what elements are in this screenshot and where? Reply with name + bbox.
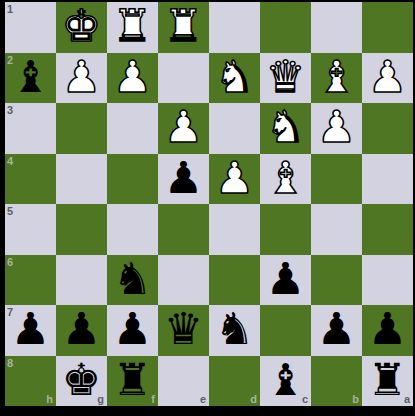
piece-black-pawn-icon[interactable]: ♟	[317, 307, 356, 351]
square-d4[interactable]: ♟	[209, 154, 260, 205]
rank-label: 8	[7, 357, 13, 369]
square-b6[interactable]	[311, 255, 362, 306]
piece-white-king-icon[interactable]: ♚	[62, 4, 101, 48]
square-d2[interactable]: ♞	[209, 53, 260, 104]
piece-white-pawn-icon[interactable]: ♟	[368, 55, 407, 99]
square-d8[interactable]: d	[209, 356, 260, 407]
square-e1[interactable]: ♜	[158, 2, 209, 53]
square-d6[interactable]	[209, 255, 260, 306]
piece-black-pawn-icon[interactable]: ♟	[62, 307, 101, 351]
file-label: d	[250, 393, 257, 405]
square-g7[interactable]: ♟	[56, 305, 107, 356]
square-f2[interactable]: ♟	[107, 53, 158, 104]
square-f1[interactable]: ♜	[107, 2, 158, 53]
square-h8[interactable]: 8h	[5, 356, 56, 407]
square-a8[interactable]: a♜	[362, 356, 413, 407]
piece-white-pawn-icon[interactable]: ♟	[317, 105, 356, 149]
piece-black-pawn-icon[interactable]: ♟	[266, 257, 305, 301]
square-f7[interactable]: ♟	[107, 305, 158, 356]
chess-board-frame: 1♚♜♜2♝♟♟♞♛♝♟3♟♞♟4♟♟♝56♞♟7♟♟♟♛♞♟♟8hg♚f♜ed…	[0, 0, 415, 416]
square-d3[interactable]	[209, 103, 260, 154]
piece-black-pawn-icon[interactable]: ♟	[113, 307, 152, 351]
square-e8[interactable]: e	[158, 356, 209, 407]
piece-white-pawn-icon[interactable]: ♟	[215, 156, 254, 200]
file-label: h	[46, 393, 53, 405]
square-a1[interactable]	[362, 2, 413, 53]
square-a6[interactable]	[362, 255, 413, 306]
square-h3[interactable]: 3	[5, 103, 56, 154]
square-f3[interactable]	[107, 103, 158, 154]
square-b1[interactable]	[311, 2, 362, 53]
piece-black-bishop-icon[interactable]: ♝	[11, 55, 50, 99]
square-c6[interactable]: ♟	[260, 255, 311, 306]
chess-board: 1♚♜♜2♝♟♟♞♛♝♟3♟♞♟4♟♟♝56♞♟7♟♟♟♛♞♟♟8hg♚f♜ed…	[5, 2, 413, 406]
square-c1[interactable]	[260, 2, 311, 53]
piece-black-rook-icon[interactable]: ♜	[368, 358, 407, 402]
square-f6[interactable]: ♞	[107, 255, 158, 306]
piece-black-king-icon[interactable]: ♚	[62, 358, 101, 402]
square-h6[interactable]: 6	[5, 255, 56, 306]
square-c2[interactable]: ♛	[260, 53, 311, 104]
square-e7[interactable]: ♛	[158, 305, 209, 356]
square-d7[interactable]: ♞	[209, 305, 260, 356]
piece-black-knight-icon[interactable]: ♞	[113, 257, 152, 301]
square-a5[interactable]	[362, 204, 413, 255]
square-g3[interactable]	[56, 103, 107, 154]
square-g6[interactable]	[56, 255, 107, 306]
square-f5[interactable]	[107, 204, 158, 255]
square-c4[interactable]: ♝	[260, 154, 311, 205]
piece-black-pawn-icon[interactable]: ♟	[368, 307, 407, 351]
square-e5[interactable]	[158, 204, 209, 255]
piece-black-knight-icon[interactable]: ♞	[215, 307, 254, 351]
square-c5[interactable]	[260, 204, 311, 255]
square-b7[interactable]: ♟	[311, 305, 362, 356]
piece-white-knight-icon[interactable]: ♞	[266, 105, 305, 149]
piece-black-queen-icon[interactable]: ♛	[164, 307, 203, 351]
square-h7[interactable]: 7♟	[5, 305, 56, 356]
square-f8[interactable]: f♜	[107, 356, 158, 407]
square-g1[interactable]: ♚	[56, 2, 107, 53]
square-a2[interactable]: ♟	[362, 53, 413, 104]
piece-black-bishop-icon[interactable]: ♝	[266, 358, 305, 402]
square-e6[interactable]	[158, 255, 209, 306]
square-g8[interactable]: g♚	[56, 356, 107, 407]
piece-white-rook-icon[interactable]: ♜	[113, 4, 152, 48]
piece-white-bishop-icon[interactable]: ♝	[317, 55, 356, 99]
square-g5[interactable]	[56, 204, 107, 255]
piece-white-pawn-icon[interactable]: ♟	[164, 105, 203, 149]
square-a7[interactable]: ♟	[362, 305, 413, 356]
square-d5[interactable]	[209, 204, 260, 255]
piece-white-knight-icon[interactable]: ♞	[215, 55, 254, 99]
square-h1[interactable]: 1	[5, 2, 56, 53]
square-g4[interactable]	[56, 154, 107, 205]
piece-white-bishop-icon[interactable]: ♝	[266, 156, 305, 200]
square-h5[interactable]: 5	[5, 204, 56, 255]
piece-white-pawn-icon[interactable]: ♟	[113, 55, 152, 99]
rank-label: 5	[7, 205, 13, 217]
square-d1[interactable]	[209, 2, 260, 53]
piece-black-rook-icon[interactable]: ♜	[113, 358, 152, 402]
rank-label: 3	[7, 104, 13, 116]
piece-white-rook-icon[interactable]: ♜	[164, 4, 203, 48]
square-b3[interactable]: ♟	[311, 103, 362, 154]
square-c7[interactable]	[260, 305, 311, 356]
square-h4[interactable]: 4	[5, 154, 56, 205]
rank-label: 6	[7, 256, 13, 268]
square-f4[interactable]	[107, 154, 158, 205]
square-b4[interactable]	[311, 154, 362, 205]
square-c3[interactable]: ♞	[260, 103, 311, 154]
square-h2[interactable]: 2♝	[5, 53, 56, 104]
rank-label: 1	[7, 3, 13, 15]
piece-white-queen-icon[interactable]: ♛	[266, 55, 305, 99]
square-e3[interactable]: ♟	[158, 103, 209, 154]
piece-white-pawn-icon[interactable]: ♟	[62, 55, 101, 99]
rank-label: 4	[7, 155, 13, 167]
square-b8[interactable]: b	[311, 356, 362, 407]
square-e2[interactable]	[158, 53, 209, 104]
square-b2[interactable]: ♝	[311, 53, 362, 104]
square-a3[interactable]	[362, 103, 413, 154]
square-g2[interactable]: ♟	[56, 53, 107, 104]
piece-black-pawn-icon[interactable]: ♟	[11, 307, 50, 351]
piece-black-pawn-icon[interactable]: ♟	[164, 156, 203, 200]
square-a4[interactable]	[362, 154, 413, 205]
square-e4[interactable]: ♟	[158, 154, 209, 205]
file-label: e	[200, 393, 206, 405]
file-label: b	[352, 393, 359, 405]
square-c8[interactable]: c♝	[260, 356, 311, 407]
square-b5[interactable]	[311, 204, 362, 255]
